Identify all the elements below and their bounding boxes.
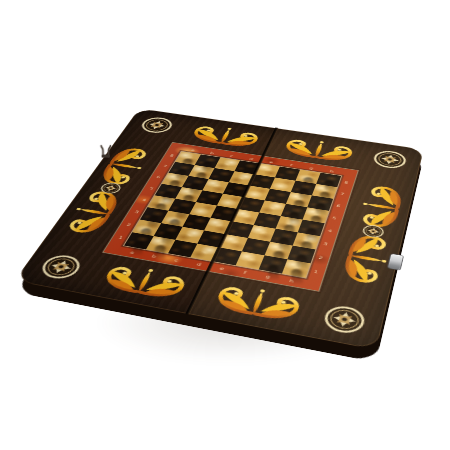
- chess-board-face: 88aa77bb66cc55dd44ee33ff22gg11hh ♜♞♝♛♚♝♞…: [14, 108, 423, 350]
- folding-chess-box: 88aa77bb66cc55dd44ee33ff22gg11hh ♜♞♝♛♚♝♞…: [14, 108, 423, 350]
- piece-glyph: ♟: [148, 223, 172, 248]
- photo-stage: 88aa77bb66cc55dd44ee33ff22gg11hh ♜♞♝♛♚♝♞…: [0, 0, 450, 450]
- scene: 88aa77bb66cc55dd44ee33ff22gg11hh ♜♞♝♛♚♝♞…: [0, 0, 450, 450]
- rank-label: 8: [340, 180, 353, 185]
- piece-reflection-shadow: [268, 265, 280, 284]
- piece-glyph: ♜: [281, 242, 309, 272]
- piece-reflection-shadow: [154, 245, 166, 263]
- rank-label: 6: [332, 203, 345, 209]
